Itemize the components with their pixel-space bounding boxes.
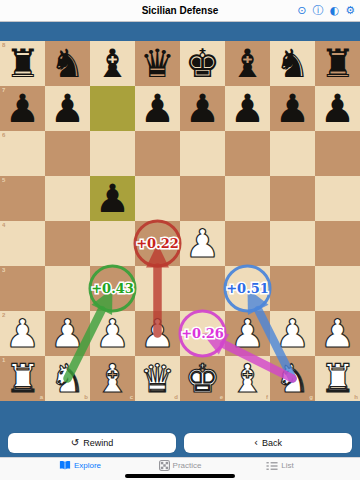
rank-label-4: 4 [2, 222, 5, 228]
tab-list[interactable]: List [230, 458, 330, 480]
square-g3[interactable] [270, 266, 315, 311]
square-f5[interactable] [225, 176, 270, 221]
square-g4[interactable] [270, 221, 315, 266]
nav-bar: Sicilian Defense ⊙ ⓘ ◐ ⚙ [0, 0, 360, 22]
square-a8[interactable]: 8♜ [0, 41, 45, 86]
square-g8[interactable]: ♞ [270, 41, 315, 86]
piece-white-queen: ♛ [135, 356, 180, 401]
piece-white-pawn: ♟ [0, 311, 45, 356]
piece-white-bishop: ♝ [225, 356, 270, 401]
piece-white-rook: ♜ [0, 356, 45, 401]
piece-black-pawn: ♟ [0, 86, 45, 131]
app-window: Sicilian Defense ⊙ ⓘ ◐ ⚙ 8♜♞♝♛♚♝♞♜7♟♟♟♟♟… [0, 0, 360, 480]
square-d7[interactable]: ♟ [135, 86, 180, 131]
piece-black-pawn: ♟ [225, 86, 270, 131]
back-button[interactable]: ‹ Back [184, 433, 352, 453]
square-d2[interactable]: ♟ [135, 311, 180, 356]
square-b1[interactable]: b♞ [45, 356, 90, 401]
square-h7[interactable]: ♟ [315, 86, 360, 131]
square-g7[interactable]: ♟ [270, 86, 315, 131]
piece-white-pawn: ♟ [135, 311, 180, 356]
tab-explore[interactable]: Explore [30, 458, 130, 480]
square-b7[interactable]: ♟ [45, 86, 90, 131]
info-circle-icon[interactable]: ⓘ [313, 5, 324, 16]
square-a6[interactable]: 6 [0, 131, 45, 176]
square-g1[interactable]: g♞ [270, 356, 315, 401]
chevron-left-icon: ‹ [254, 438, 258, 448]
square-d5[interactable] [135, 176, 180, 221]
settings-gear-icon[interactable]: ⚙ [345, 5, 355, 16]
square-c2[interactable]: ♟ [90, 311, 135, 356]
square-f7[interactable]: ♟ [225, 86, 270, 131]
square-b5[interactable] [45, 176, 90, 221]
tab-practice-label: Practice [173, 461, 202, 470]
piece-black-pawn: ♟ [45, 86, 90, 131]
square-f6[interactable] [225, 131, 270, 176]
square-f2[interactable]: ♟ [225, 311, 270, 356]
square-c3[interactable] [90, 266, 135, 311]
square-c1[interactable]: c♝ [90, 356, 135, 401]
back-button-label: Back [262, 438, 282, 448]
piece-black-pawn: ♟ [270, 86, 315, 131]
piece-black-rook: ♜ [315, 41, 360, 86]
rewind-button-label: Rewind [83, 438, 113, 448]
square-d6[interactable] [135, 131, 180, 176]
rank-label-5: 5 [2, 177, 5, 183]
rank-label-3: 3 [2, 267, 5, 273]
piece-white-knight: ♞ [270, 356, 315, 401]
square-g5[interactable] [270, 176, 315, 221]
square-c6[interactable] [90, 131, 135, 176]
tab-list-label: List [281, 461, 293, 470]
piece-white-king: ♚ [180, 356, 225, 401]
list-icon [266, 461, 278, 471]
square-e4[interactable]: ♟ [180, 221, 225, 266]
square-e3[interactable] [180, 266, 225, 311]
square-d8[interactable]: ♛ [135, 41, 180, 86]
piece-white-pawn: ♟ [45, 311, 90, 356]
square-a3[interactable]: 3 [0, 266, 45, 311]
square-c4[interactable] [90, 221, 135, 266]
square-h4[interactable] [315, 221, 360, 266]
square-e1[interactable]: e♚ [180, 356, 225, 401]
square-f4[interactable] [225, 221, 270, 266]
square-f3[interactable] [225, 266, 270, 311]
square-c7[interactable] [90, 86, 135, 131]
chessboard-icon [159, 460, 170, 471]
piece-black-pawn: ♟ [135, 86, 180, 131]
piece-black-queen: ♛ [135, 41, 180, 86]
piece-white-pawn: ♟ [225, 311, 270, 356]
square-b3[interactable] [45, 266, 90, 311]
square-b4[interactable] [45, 221, 90, 266]
tab-explore-label: Explore [74, 461, 101, 470]
piece-white-pawn: ♟ [90, 311, 135, 356]
square-e2[interactable] [180, 311, 225, 356]
square-b8[interactable]: ♞ [45, 41, 90, 86]
book-icon [59, 460, 71, 471]
square-g6[interactable] [270, 131, 315, 176]
square-h6[interactable] [315, 131, 360, 176]
piece-white-pawn: ♟ [315, 311, 360, 356]
page-title: Sicilian Defense [142, 5, 219, 16]
piece-black-rook: ♜ [0, 41, 45, 86]
square-g2[interactable]: ♟ [270, 311, 315, 356]
rank-label-6: 6 [2, 132, 5, 138]
piece-black-bishop: ♝ [225, 41, 270, 86]
square-e6[interactable] [180, 131, 225, 176]
square-b6[interactable] [45, 131, 90, 176]
square-h5[interactable] [315, 176, 360, 221]
square-a1[interactable]: 1a♜ [0, 356, 45, 401]
piece-white-rook: ♜ [315, 356, 360, 401]
home-indicator[interactable] [125, 474, 235, 478]
piece-black-knight: ♞ [45, 41, 90, 86]
square-h1[interactable]: h♜ [315, 356, 360, 401]
piece-white-bishop: ♝ [90, 356, 135, 401]
piece-black-king: ♚ [180, 41, 225, 86]
piece-black-bishop: ♝ [90, 41, 135, 86]
rotate-ccw-icon: ↺ [71, 438, 79, 448]
record-circle-icon[interactable]: ⊙ [297, 5, 306, 16]
square-e5[interactable] [180, 176, 225, 221]
piece-black-pawn: ♟ [315, 86, 360, 131]
contrast-icon[interactable]: ◐ [330, 5, 340, 16]
square-f8[interactable]: ♝ [225, 41, 270, 86]
square-d4[interactable] [135, 221, 180, 266]
nav-icon-group: ⊙ ⓘ ◐ ⚙ [297, 0, 355, 21]
square-a7[interactable]: 7♟ [0, 86, 45, 131]
piece-black-knight: ♞ [270, 41, 315, 86]
square-e8[interactable]: ♚ [180, 41, 225, 86]
square-e7[interactable]: ♟ [180, 86, 225, 131]
piece-black-pawn: ♟ [90, 176, 135, 221]
square-c5[interactable]: ♟ [90, 176, 135, 221]
square-a2[interactable]: 2♟ [0, 311, 45, 356]
square-a4[interactable]: 4 [0, 221, 45, 266]
piece-white-knight: ♞ [45, 356, 90, 401]
square-d3[interactable] [135, 266, 180, 311]
chess-board[interactable]: 8♜♞♝♛♚♝♞♜7♟♟♟♟♟♟♟65♟4♟32♟♟♟♟♟♟♟1a♜b♞c♝d♛… [0, 41, 360, 401]
piece-black-pawn: ♟ [180, 86, 225, 131]
square-b2[interactable]: ♟ [45, 311, 90, 356]
piece-white-pawn: ♟ [180, 221, 225, 266]
square-h2[interactable]: ♟ [315, 311, 360, 356]
square-h8[interactable]: ♜ [315, 41, 360, 86]
square-f1[interactable]: f♝ [225, 356, 270, 401]
square-c8[interactable]: ♝ [90, 41, 135, 86]
square-a5[interactable]: 5 [0, 176, 45, 221]
piece-white-pawn: ♟ [270, 311, 315, 356]
rewind-button[interactable]: ↺ Rewind [8, 433, 176, 453]
square-d1[interactable]: d♛ [135, 356, 180, 401]
square-h3[interactable] [315, 266, 360, 311]
